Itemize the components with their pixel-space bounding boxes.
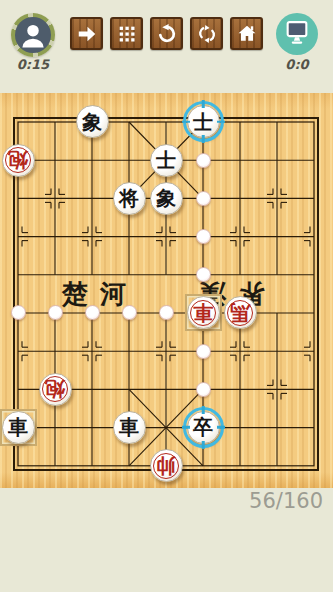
move-dot[interactable]	[196, 191, 211, 206]
computer-timer: 0:0	[272, 57, 322, 72]
move-dot[interactable]	[11, 305, 26, 320]
player-avatar	[11, 13, 55, 57]
black-piece[interactable]: 象	[150, 182, 183, 215]
red-piece[interactable]: 馬	[224, 296, 257, 329]
black-piece[interactable]: 車	[2, 411, 35, 444]
move-dot[interactable]	[85, 305, 100, 320]
person-icon	[15, 17, 51, 53]
hint-button[interactable]	[70, 17, 103, 50]
black-piece[interactable]: 卒	[187, 411, 220, 444]
move-counter: 56/160	[249, 489, 323, 513]
monitor-icon	[283, 18, 311, 50]
black-piece[interactable]: 象	[76, 105, 109, 138]
move-dot[interactable]	[196, 382, 211, 397]
toolbar	[70, 17, 263, 50]
red-piece[interactable]: 炮	[2, 144, 35, 177]
move-dot[interactable]	[196, 267, 211, 282]
computer-avatar	[276, 13, 318, 55]
rotate-ccw-icon	[156, 23, 178, 45]
red-piece[interactable]: 帅	[150, 449, 183, 482]
move-dot[interactable]	[48, 305, 63, 320]
black-piece[interactable]: 士	[150, 144, 183, 177]
black-piece[interactable]: 将	[113, 182, 146, 215]
move-dot[interactable]	[196, 344, 211, 359]
red-piece[interactable]: 車	[187, 296, 220, 329]
move-dot[interactable]	[196, 229, 211, 244]
swap-arrows-icon	[196, 23, 218, 45]
move-dot[interactable]	[159, 305, 174, 320]
restart-button[interactable]	[190, 17, 223, 50]
home-button[interactable]	[230, 17, 263, 50]
move-dot[interactable]	[122, 305, 137, 320]
player-timer: 0:15	[8, 57, 58, 72]
undo-button[interactable]	[150, 17, 183, 50]
black-piece[interactable]: 士	[187, 105, 220, 138]
menu-button[interactable]	[110, 17, 143, 50]
black-piece[interactable]: 車	[113, 411, 146, 444]
red-piece[interactable]: 炮	[39, 373, 72, 406]
move-dot[interactable]	[196, 153, 211, 168]
grid-icon	[116, 23, 138, 45]
arrow-right-icon	[76, 23, 98, 45]
home-icon	[236, 23, 258, 45]
xiangqi-board: 楚河漢界 象士炮士将象車馬炮車車卒帅	[0, 93, 333, 488]
